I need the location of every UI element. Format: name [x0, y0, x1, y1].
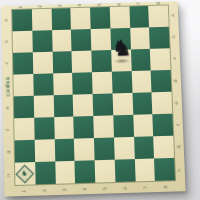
square-e4	[73, 94, 93, 117]
square-a4	[71, 8, 91, 30]
square-g7	[134, 136, 155, 159]
square-b1	[13, 31, 33, 53]
square-a7	[129, 6, 149, 28]
coord-label: a	[4, 19, 8, 22]
square-e2	[33, 95, 53, 118]
coord-label: f	[176, 124, 181, 126]
square-e3	[53, 95, 73, 118]
coord-label: 6	[123, 186, 128, 189]
square-e8	[152, 92, 173, 115]
square-g5	[94, 137, 115, 160]
square-a2	[32, 9, 52, 31]
coord-label: g	[6, 151, 11, 154]
coord-label: c	[173, 57, 178, 60]
square-f3	[54, 117, 74, 140]
chess-board: 12345678 12345678 abcdefgh abcdefgh CHES…	[1, 1, 185, 196]
square-d5	[92, 72, 112, 94]
board-grid: ♞	[11, 4, 176, 186]
square-h2	[35, 161, 55, 184]
square-a1	[12, 9, 32, 31]
square-d1	[13, 74, 33, 96]
square-f4	[73, 116, 93, 139]
square-d4	[72, 72, 92, 94]
square-g2	[34, 139, 54, 162]
square-h3	[55, 161, 75, 184]
square-d6	[112, 71, 132, 93]
square-a5	[90, 7, 110, 29]
square-e6	[112, 93, 132, 116]
square-a6	[109, 7, 129, 29]
square-d8	[151, 70, 172, 92]
square-g3	[54, 139, 74, 162]
coord-label: 8	[164, 185, 169, 188]
square-e5	[93, 93, 113, 116]
coord-label: a	[171, 14, 176, 17]
square-h8	[154, 158, 175, 181]
square-c2	[33, 52, 53, 74]
coord-label: 5	[103, 187, 108, 190]
coord-label: h	[178, 168, 183, 171]
square-f5	[93, 115, 113, 138]
knight-logo-icon: ♞	[22, 170, 28, 177]
square-b8	[149, 27, 169, 49]
coord-label: 2	[43, 189, 48, 192]
square-b2	[32, 30, 52, 52]
square-g4	[74, 138, 94, 161]
black-knight: ♞	[111, 37, 132, 60]
square-c5	[91, 50, 111, 72]
square-g1	[15, 140, 35, 163]
coord-label: b	[5, 40, 10, 43]
square-h4	[75, 160, 96, 183]
coord-label: e	[175, 101, 180, 104]
coord-label: f	[6, 129, 11, 131]
coord-label: 4	[83, 188, 88, 191]
coord-label: b	[172, 35, 177, 38]
square-b5	[91, 28, 111, 50]
photo-background: 12345678 12345678 abcdefgh abcdefgh CHES…	[0, 0, 200, 200]
square-f6	[113, 115, 134, 138]
square-b3	[52, 30, 72, 52]
square-c3	[52, 51, 72, 73]
square-e1	[14, 96, 34, 119]
square-h5	[95, 160, 116, 183]
square-h1: ♞	[15, 162, 35, 185]
coord-label: d	[174, 79, 179, 82]
square-d2	[33, 73, 53, 95]
square-a3	[51, 8, 71, 30]
coord-label: 3	[63, 188, 68, 191]
square-g8	[153, 136, 174, 159]
square-h7	[134, 158, 155, 181]
board-logo: ♞	[16, 164, 35, 183]
coord-label: h	[7, 173, 12, 176]
square-b7	[130, 27, 150, 49]
square-c1	[13, 52, 33, 74]
coord-label: 1	[22, 189, 27, 192]
coord-label: 7	[144, 186, 149, 189]
square-b4	[71, 29, 91, 51]
square-h6	[114, 159, 135, 182]
square-d7	[131, 71, 151, 93]
square-g6	[114, 137, 135, 160]
square-f2	[34, 117, 54, 140]
square-d3	[53, 73, 73, 95]
square-f8	[153, 114, 174, 137]
square-f7	[133, 114, 154, 137]
square-e7	[132, 92, 153, 115]
coord-label: g	[177, 146, 182, 149]
square-c7	[130, 49, 150, 71]
square-c4	[72, 51, 92, 73]
square-c8	[150, 48, 170, 70]
square-a8	[148, 5, 168, 27]
square-f1	[14, 118, 34, 141]
